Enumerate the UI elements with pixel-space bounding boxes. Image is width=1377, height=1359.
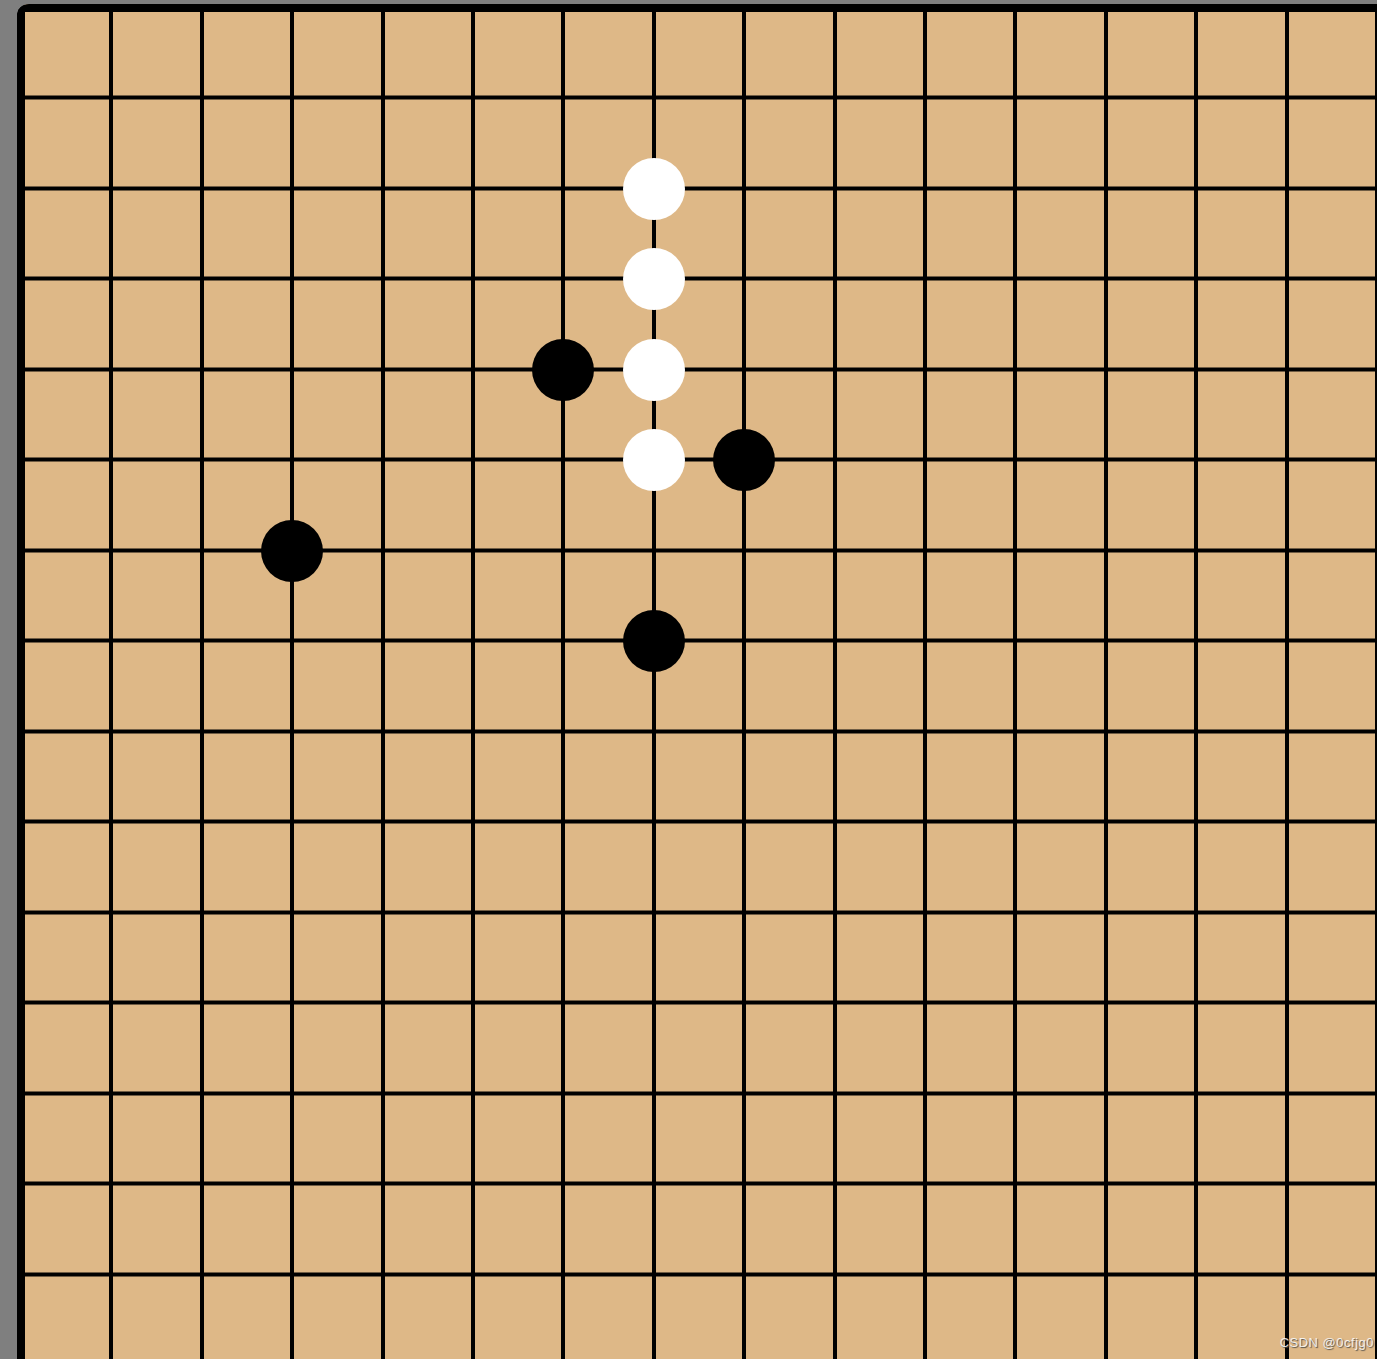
stone-white: ● — [623, 429, 685, 491]
white-stone-glyph: ● — [626, 339, 682, 401]
black-stone-glyph: ● — [716, 429, 772, 491]
stone-black: ● — [713, 429, 775, 491]
stone-black: ● — [532, 339, 594, 401]
watermark-text: CSDN @0cfjg0 — [1280, 1335, 1374, 1350]
stone-white: ● — [623, 339, 685, 401]
white-stone-glyph: ● — [626, 158, 682, 220]
stone-black: ● — [261, 520, 323, 582]
gomoku-board[interactable]: ●●●●●●●● — [17, 4, 1377, 1359]
screenshot-root: ●●●●●●●● CSDN @0cfjg0 — [0, 0, 1377, 1359]
black-stone-glyph: ● — [626, 610, 682, 672]
white-stone-glyph: ● — [626, 429, 682, 491]
white-stone-glyph: ● — [626, 248, 682, 310]
black-stone-glyph: ● — [264, 520, 320, 582]
black-stone-glyph: ● — [536, 339, 592, 401]
stone-white: ● — [623, 248, 685, 310]
stone-black: ● — [623, 610, 685, 672]
stones-layer: ●●●●●●●● — [17, 4, 1377, 1359]
stone-white: ● — [623, 158, 685, 220]
